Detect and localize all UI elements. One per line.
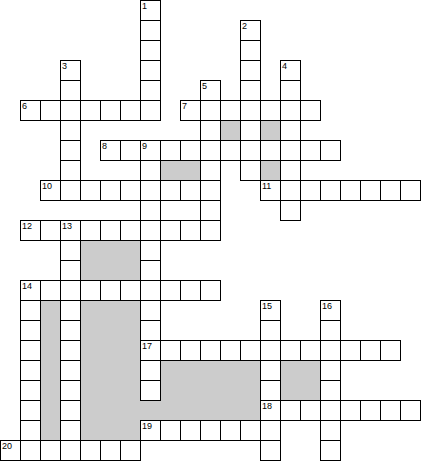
cell-r9-c5[interactable]	[100, 180, 121, 201]
blocked-cell-r19-c10	[200, 380, 221, 401]
cell-r17-c11[interactable]	[220, 340, 241, 361]
cell-r14-c5[interactable]	[100, 280, 121, 301]
blocked-cell-r20-c6	[120, 400, 141, 421]
blocked-cell-r21-c6	[120, 420, 141, 441]
cell-r20-c18[interactable]	[360, 400, 381, 421]
cell-r22-c6[interactable]	[120, 440, 141, 461]
blocked-cell-r21-c4	[80, 420, 101, 441]
cell-r14-c7[interactable]	[140, 280, 161, 301]
cell-r20-c13[interactable]: 18	[260, 400, 281, 421]
blocked-cell-r16-c5	[100, 320, 121, 341]
cell-r2-c12[interactable]	[240, 40, 261, 61]
cell-r11-c1[interactable]: 12	[20, 220, 41, 241]
cell-r8-c10[interactable]	[200, 160, 221, 181]
cell-r17-c10[interactable]	[200, 340, 221, 361]
clue-number-4: 4	[282, 61, 287, 71]
cell-r17-c3[interactable]	[60, 340, 81, 361]
blocked-cell-r13-c6	[120, 260, 141, 281]
blocked-cell-r12-c5	[100, 240, 121, 261]
cell-r7-c9[interactable]	[180, 140, 201, 161]
blocked-cell-r18-c9	[180, 360, 201, 381]
blocked-cell-r19-c15	[300, 380, 321, 401]
clue-number-2: 2	[242, 21, 247, 31]
blocked-cell-r12-c4	[80, 240, 101, 261]
blocked-cell-r19-c2	[40, 380, 61, 401]
cell-r8-c3[interactable]	[60, 160, 81, 181]
cell-r21-c3[interactable]	[60, 420, 81, 441]
cell-r6-c3[interactable]	[60, 120, 81, 141]
clue-number-7: 7	[182, 101, 187, 111]
cell-r11-c5[interactable]	[100, 220, 121, 241]
blocked-cell-r19-c6	[120, 380, 141, 401]
cell-r7-c14[interactable]	[280, 140, 301, 161]
blocked-cell-r15-c4	[80, 300, 101, 321]
cell-r5-c9[interactable]: 7	[180, 100, 201, 121]
blocked-cell-r18-c10	[200, 360, 221, 381]
clue-number-5: 5	[202, 81, 207, 91]
cell-r11-c2[interactable]	[40, 220, 61, 241]
cell-r11-c7[interactable]	[140, 220, 161, 241]
blocked-cell-r18-c12	[240, 360, 261, 381]
cell-r12-c3[interactable]	[60, 240, 81, 261]
cell-r8-c12[interactable]	[240, 160, 261, 181]
cell-r19-c7[interactable]	[140, 380, 161, 401]
cell-r6-c12[interactable]	[240, 120, 261, 141]
cell-r9-c3[interactable]	[60, 180, 81, 201]
cell-r18-c3[interactable]	[60, 360, 81, 381]
clue-number-19: 19	[142, 421, 152, 431]
cell-r14-c2[interactable]	[40, 280, 61, 301]
clue-number-15: 15	[262, 301, 272, 311]
blocked-cell-r20-c11	[220, 400, 241, 421]
cell-r1-c7[interactable]	[140, 20, 161, 41]
cell-r19-c1[interactable]	[20, 380, 41, 401]
cell-r4-c7[interactable]	[140, 80, 161, 101]
cell-r7-c3[interactable]	[60, 140, 81, 161]
blocked-cell-r20-c4	[80, 400, 101, 421]
cell-r21-c10[interactable]	[200, 420, 221, 441]
blocked-cell-r17-c5	[100, 340, 121, 361]
blocked-cell-r15-c6	[120, 300, 141, 321]
clue-number-10: 10	[42, 181, 52, 191]
cell-r17-c9[interactable]	[180, 340, 201, 361]
cell-r4-c14[interactable]	[280, 80, 301, 101]
cell-r9-c16[interactable]	[320, 180, 341, 201]
cell-r6-c14[interactable]	[280, 120, 301, 141]
cell-r21-c1[interactable]	[20, 420, 41, 441]
blocked-cell-r8-c13	[260, 160, 281, 181]
cell-r14-c8[interactable]	[160, 280, 181, 301]
cell-r5-c13[interactable]	[260, 100, 281, 121]
cell-r12-c7[interactable]	[140, 240, 161, 261]
cell-r9-c7[interactable]	[140, 180, 161, 201]
cell-r7-c6[interactable]	[120, 140, 141, 161]
blocked-cell-r19-c11	[220, 380, 241, 401]
cell-r7-c7[interactable]: 9	[140, 140, 161, 161]
blocked-cell-r21-c5	[100, 420, 121, 441]
cell-r13-c7[interactable]	[140, 260, 161, 281]
cell-r21-c12[interactable]	[240, 420, 261, 441]
cell-r21-c16[interactable]	[320, 420, 341, 441]
cell-r20-c1[interactable]	[20, 400, 41, 421]
cell-r11-c9[interactable]	[180, 220, 201, 241]
blocked-cell-r18-c2	[40, 360, 61, 381]
cell-r22-c4[interactable]	[80, 440, 101, 461]
blocked-cell-r19-c4	[80, 380, 101, 401]
cell-r17-c18[interactable]	[360, 340, 381, 361]
clue-number-17: 17	[142, 341, 152, 351]
cell-r22-c13[interactable]	[260, 440, 281, 461]
blocked-cell-r20-c2	[40, 400, 61, 421]
cell-r22-c1[interactable]	[20, 440, 41, 461]
cell-r5-c11[interactable]	[220, 100, 241, 121]
cell-r2-c7[interactable]	[140, 40, 161, 61]
cell-r9-c8[interactable]	[160, 180, 181, 201]
blocked-cell-r18-c5	[100, 360, 121, 381]
cell-r10-c10[interactable]	[200, 200, 221, 221]
cell-r22-c16[interactable]	[320, 440, 341, 461]
clue-number-3: 3	[62, 61, 67, 71]
cell-r0-c7[interactable]: 1	[140, 0, 161, 21]
cell-r14-c10[interactable]	[200, 280, 221, 301]
clue-number-8: 8	[102, 141, 107, 151]
cell-r7-c15[interactable]	[300, 140, 321, 161]
cell-r20-c17[interactable]	[340, 400, 361, 421]
cell-r10-c14[interactable]	[280, 200, 301, 221]
cell-r5-c15[interactable]	[300, 100, 321, 121]
cell-r15-c13[interactable]: 15	[260, 300, 281, 321]
clue-number-1: 1	[142, 1, 147, 11]
cell-r9-c6[interactable]	[120, 180, 141, 201]
cell-r7-c8[interactable]	[160, 140, 181, 161]
cell-r18-c1[interactable]	[20, 360, 41, 381]
cell-r8-c14[interactable]	[280, 160, 301, 181]
cell-r9-c13[interactable]: 11	[260, 180, 281, 201]
cell-r7-c11[interactable]	[220, 140, 241, 161]
cell-r16-c7[interactable]	[140, 320, 161, 341]
blocked-cell-r19-c8	[160, 380, 181, 401]
cell-r14-c4[interactable]	[80, 280, 101, 301]
cell-r5-c7[interactable]	[140, 100, 161, 121]
blocked-cell-r6-c11	[220, 120, 241, 141]
cell-r9-c19[interactable]	[380, 180, 401, 201]
cell-r17-c1[interactable]	[20, 340, 41, 361]
cell-r20-c3[interactable]	[60, 400, 81, 421]
cell-r20-c20[interactable]	[400, 400, 421, 421]
cell-r20-c16[interactable]	[320, 400, 341, 421]
cell-r11-c4[interactable]	[80, 220, 101, 241]
cell-r18-c16[interactable]	[320, 360, 341, 381]
blocked-cell-r18-c8	[160, 360, 181, 381]
cell-r15-c1[interactable]	[20, 300, 41, 321]
cell-r3-c12[interactable]	[240, 60, 261, 81]
blocked-cell-r12-c6	[120, 240, 141, 261]
blocked-cell-r21-c2	[40, 420, 61, 441]
cell-r13-c3[interactable]	[60, 260, 81, 281]
cell-r22-c0[interactable]: 20	[0, 440, 21, 461]
blocked-cell-r8-c9	[180, 160, 201, 181]
cell-r17-c13[interactable]	[260, 340, 281, 361]
cell-r11-c3[interactable]: 13	[60, 220, 81, 241]
blocked-cell-r17-c4	[80, 340, 101, 361]
cell-r5-c4[interactable]	[80, 100, 101, 121]
cell-r17-c7[interactable]: 17	[140, 340, 161, 361]
cell-r21-c7[interactable]: 19	[140, 420, 161, 441]
cell-r16-c1[interactable]	[20, 320, 41, 341]
cell-r21-c13[interactable]	[260, 420, 281, 441]
clue-number-14: 14	[22, 281, 32, 291]
blocked-cell-r18-c6	[120, 360, 141, 381]
cell-r16-c3[interactable]	[60, 320, 81, 341]
cell-r7-c10[interactable]	[200, 140, 221, 161]
blocked-cell-r19-c12	[240, 380, 261, 401]
cell-r22-c2[interactable]	[40, 440, 61, 461]
cell-r9-c14[interactable]	[280, 180, 301, 201]
blocked-cell-r17-c6	[120, 340, 141, 361]
cell-r17-c14[interactable]	[280, 340, 301, 361]
cell-r11-c10[interactable]	[200, 220, 221, 241]
blocked-cell-r20-c12	[240, 400, 261, 421]
cell-r14-c6[interactable]	[120, 280, 141, 301]
cell-r5-c6[interactable]	[120, 100, 141, 121]
cell-r5-c3[interactable]	[60, 100, 81, 121]
cell-r14-c9[interactable]	[180, 280, 201, 301]
blocked-cell-r15-c2	[40, 300, 61, 321]
blocked-cell-r18-c11	[220, 360, 241, 381]
clue-number-12: 12	[22, 221, 32, 231]
cell-r3-c14[interactable]: 4	[280, 60, 301, 81]
cell-r19-c16[interactable]	[320, 380, 341, 401]
cell-r22-c5[interactable]	[100, 440, 121, 461]
cell-r20-c14[interactable]	[280, 400, 301, 421]
clue-number-11: 11	[262, 181, 271, 191]
cell-r9-c4[interactable]	[80, 180, 101, 201]
cell-r7-c16[interactable]	[320, 140, 341, 161]
clue-number-13: 13	[62, 221, 72, 231]
blocked-cell-r20-c8	[160, 400, 181, 421]
cell-r17-c17[interactable]	[340, 340, 361, 361]
blocked-cell-r13-c5	[100, 260, 121, 281]
blocked-cell-r17-c2	[40, 340, 61, 361]
cell-r5-c14[interactable]	[280, 100, 301, 121]
blocked-cell-r18-c4	[80, 360, 101, 381]
blocked-cell-r16-c2	[40, 320, 61, 341]
cell-r5-c5[interactable]	[100, 100, 121, 121]
cell-r5-c1[interactable]: 6	[20, 100, 41, 121]
blocked-cell-r20-c10	[200, 400, 221, 421]
cell-r6-c10[interactable]	[200, 120, 221, 141]
cell-r18-c7[interactable]	[140, 360, 161, 381]
cell-r3-c7[interactable]	[140, 60, 161, 81]
clue-number-9: 9	[142, 141, 147, 151]
cell-r20-c15[interactable]	[300, 400, 321, 421]
clue-number-18: 18	[262, 401, 272, 411]
cell-r20-c19[interactable]	[380, 400, 401, 421]
blocked-cell-r19-c14	[280, 380, 301, 401]
cell-r17-c16[interactable]	[320, 340, 341, 361]
cell-r19-c3[interactable]	[60, 380, 81, 401]
blocked-cell-r20-c7	[140, 400, 161, 421]
cell-r9-c15[interactable]	[300, 180, 321, 201]
cell-r15-c3[interactable]	[60, 300, 81, 321]
blocked-cell-r18-c14	[280, 360, 301, 381]
cell-r16-c16[interactable]	[320, 320, 341, 341]
cell-r5-c12[interactable]	[240, 100, 261, 121]
clue-number-6: 6	[22, 101, 27, 111]
blocked-cell-r8-c8	[160, 160, 181, 181]
cell-r17-c19[interactable]	[380, 340, 401, 361]
cell-r19-c13[interactable]	[260, 380, 281, 401]
blocked-cell-r20-c9	[180, 400, 201, 421]
cell-r17-c8[interactable]	[160, 340, 181, 361]
cell-r9-c17[interactable]	[340, 180, 361, 201]
cell-r7-c13[interactable]	[260, 140, 281, 161]
crossword-board: 1234567891011121314151617181920	[0, 0, 421, 461]
cell-r21-c11[interactable]	[220, 420, 241, 441]
cell-r4-c12[interactable]	[240, 80, 261, 101]
clue-number-16: 16	[322, 301, 332, 311]
cell-r11-c6[interactable]	[120, 220, 141, 241]
cell-r22-c3[interactable]	[60, 440, 81, 461]
blocked-cell-r6-c13	[260, 120, 281, 141]
cell-r9-c9[interactable]	[180, 180, 201, 201]
cell-r15-c16[interactable]: 16	[320, 300, 341, 321]
cell-r3-c3[interactable]: 3	[60, 60, 81, 81]
cell-r1-c12[interactable]: 2	[240, 20, 261, 41]
blocked-cell-r19-c5	[100, 380, 121, 401]
blocked-cell-r16-c6	[120, 320, 141, 341]
blocked-cell-r16-c4	[80, 320, 101, 341]
cell-r9-c10[interactable]	[200, 180, 221, 201]
cell-r9-c18[interactable]	[360, 180, 381, 201]
cell-r8-c7[interactable]	[140, 160, 161, 181]
cell-r7-c5[interactable]: 8	[100, 140, 121, 161]
clue-number-20: 20	[2, 441, 12, 451]
cell-r4-c3[interactable]	[60, 80, 81, 101]
blocked-cell-r19-c9	[180, 380, 201, 401]
cell-r9-c2[interactable]: 10	[40, 180, 61, 201]
cell-r18-c13[interactable]	[260, 360, 281, 381]
cell-r21-c9[interactable]	[180, 420, 201, 441]
blocked-cell-r13-c4	[80, 260, 101, 281]
cell-r5-c10[interactable]	[200, 100, 221, 121]
cell-r4-c10[interactable]: 5	[200, 80, 221, 101]
cell-r14-c1[interactable]: 14	[20, 280, 41, 301]
cell-r7-c12[interactable]	[240, 140, 261, 161]
cell-r14-c3[interactable]	[60, 280, 81, 301]
cell-r15-c7[interactable]	[140, 300, 161, 321]
cell-r17-c15[interactable]	[300, 340, 321, 361]
cell-r10-c7[interactable]	[140, 200, 161, 221]
cell-r5-c2[interactable]	[40, 100, 61, 121]
blocked-cell-r15-c5	[100, 300, 121, 321]
cell-r16-c13[interactable]	[260, 320, 281, 341]
cell-r11-c8[interactable]	[160, 220, 181, 241]
blocked-cell-r20-c5	[100, 400, 121, 421]
cell-r21-c8[interactable]	[160, 420, 181, 441]
cell-r17-c12[interactable]	[240, 340, 261, 361]
blocked-cell-r18-c15	[300, 360, 321, 381]
cell-r9-c20[interactable]	[400, 180, 421, 201]
